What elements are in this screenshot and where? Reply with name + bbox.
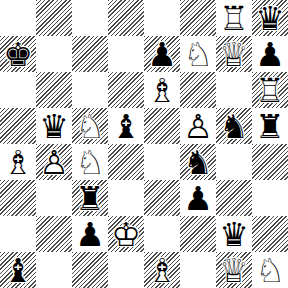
square-f1[interactable] bbox=[180, 252, 216, 288]
square-h8[interactable]: ♛♛ bbox=[252, 0, 288, 36]
square-b2[interactable] bbox=[36, 216, 72, 252]
square-g1[interactable]: ♛♕ bbox=[216, 252, 252, 288]
square-f2[interactable] bbox=[180, 216, 216, 252]
square-d6[interactable] bbox=[108, 72, 144, 108]
square-h3[interactable] bbox=[252, 180, 288, 216]
white-rook-icon: ♖ bbox=[216, 0, 252, 36]
square-e7[interactable]: ♟♟ bbox=[144, 36, 180, 72]
square-e3[interactable] bbox=[144, 180, 180, 216]
square-g3[interactable] bbox=[216, 180, 252, 216]
square-e1[interactable]: ♝♗ bbox=[144, 252, 180, 288]
square-c3[interactable]: ♜♜ bbox=[72, 180, 108, 216]
square-h6[interactable]: ♜♖ bbox=[252, 72, 288, 108]
white-queen-icon: ♕ bbox=[216, 36, 252, 72]
square-f5[interactable]: ♟♙ bbox=[180, 108, 216, 144]
black-knight-icon: ♞ bbox=[180, 144, 216, 180]
square-a5[interactable] bbox=[0, 108, 36, 144]
square-h1[interactable]: ♞♘ bbox=[252, 252, 288, 288]
square-a3[interactable] bbox=[0, 180, 36, 216]
white-knight-icon: ♘ bbox=[252, 252, 288, 288]
black-queen-icon: ♛ bbox=[252, 0, 288, 36]
square-f3[interactable]: ♟♟ bbox=[180, 180, 216, 216]
square-h4[interactable] bbox=[252, 144, 288, 180]
black-knight-icon: ♞ bbox=[216, 108, 252, 144]
square-c1[interactable] bbox=[72, 252, 108, 288]
square-e6[interactable]: ♝♗ bbox=[144, 72, 180, 108]
square-b6[interactable] bbox=[36, 72, 72, 108]
square-e2[interactable] bbox=[144, 216, 180, 252]
white-knight-icon: ♘ bbox=[180, 36, 216, 72]
black-rook-icon: ♜ bbox=[252, 108, 288, 144]
square-a6[interactable] bbox=[0, 72, 36, 108]
square-e5[interactable] bbox=[144, 108, 180, 144]
square-h7[interactable]: ♟♟ bbox=[252, 36, 288, 72]
black-king-icon: ♚ bbox=[0, 36, 36, 72]
square-f7[interactable]: ♞♘ bbox=[180, 36, 216, 72]
black-queen-icon: ♛ bbox=[36, 108, 72, 144]
square-b8[interactable] bbox=[36, 0, 72, 36]
white-bishop-icon: ♗ bbox=[144, 252, 180, 288]
square-d5[interactable]: ♝♝ bbox=[108, 108, 144, 144]
square-c4[interactable]: ♞♘ bbox=[72, 144, 108, 180]
square-g7[interactable]: ♛♕ bbox=[216, 36, 252, 72]
square-e8[interactable] bbox=[144, 0, 180, 36]
square-b5[interactable]: ♛♛ bbox=[36, 108, 72, 144]
square-b3[interactable] bbox=[36, 180, 72, 216]
square-d1[interactable] bbox=[108, 252, 144, 288]
black-bishop-icon: ♝ bbox=[0, 252, 36, 288]
square-f4[interactable]: ♞♞ bbox=[180, 144, 216, 180]
square-d4[interactable] bbox=[108, 144, 144, 180]
black-pawn-icon: ♟ bbox=[144, 36, 180, 72]
square-g8[interactable]: ♜♖ bbox=[216, 0, 252, 36]
square-c5[interactable]: ♞♘ bbox=[72, 108, 108, 144]
square-c2[interactable]: ♟♟ bbox=[72, 216, 108, 252]
black-rook-icon: ♜ bbox=[72, 180, 108, 216]
white-knight-icon: ♘ bbox=[72, 108, 108, 144]
square-d7[interactable] bbox=[108, 36, 144, 72]
black-queen-icon: ♛ bbox=[216, 216, 252, 252]
square-b7[interactable] bbox=[36, 36, 72, 72]
square-a8[interactable] bbox=[0, 0, 36, 36]
square-c8[interactable] bbox=[72, 0, 108, 36]
white-king-icon: ♔ bbox=[108, 216, 144, 252]
square-f6[interactable] bbox=[180, 72, 216, 108]
square-g5[interactable]: ♞♞ bbox=[216, 108, 252, 144]
square-b1[interactable] bbox=[36, 252, 72, 288]
black-pawn-icon: ♟ bbox=[72, 216, 108, 252]
white-queen-icon: ♕ bbox=[216, 252, 252, 288]
square-g2[interactable]: ♛♛ bbox=[216, 216, 252, 252]
white-knight-icon: ♘ bbox=[72, 144, 108, 180]
white-bishop-icon: ♗ bbox=[0, 144, 36, 180]
white-pawn-icon: ♙ bbox=[180, 108, 216, 144]
square-f8[interactable] bbox=[180, 0, 216, 36]
black-pawn-icon: ♟ bbox=[252, 36, 288, 72]
square-a2[interactable] bbox=[0, 216, 36, 252]
square-d8[interactable] bbox=[108, 0, 144, 36]
square-a1[interactable]: ♝♝ bbox=[0, 252, 36, 288]
square-h5[interactable]: ♜♜ bbox=[252, 108, 288, 144]
white-pawn-icon: ♙ bbox=[36, 144, 72, 180]
square-d3[interactable] bbox=[108, 180, 144, 216]
square-a7[interactable]: ♚♚ bbox=[0, 36, 36, 72]
square-g6[interactable] bbox=[216, 72, 252, 108]
white-rook-icon: ♖ bbox=[252, 72, 288, 108]
white-bishop-icon: ♗ bbox=[144, 72, 180, 108]
black-bishop-icon: ♝ bbox=[108, 108, 144, 144]
square-b4[interactable]: ♟♙ bbox=[36, 144, 72, 180]
black-pawn-icon: ♟ bbox=[180, 180, 216, 216]
square-d2[interactable]: ♚♔ bbox=[108, 216, 144, 252]
square-e4[interactable] bbox=[144, 144, 180, 180]
square-g4[interactable] bbox=[216, 144, 252, 180]
square-a4[interactable]: ♝♗ bbox=[0, 144, 36, 180]
square-c7[interactable] bbox=[72, 36, 108, 72]
square-h2[interactable] bbox=[252, 216, 288, 252]
chess-board: ♜♖♛♛♚♚♟♟♞♘♛♕♟♟♝♗♜♖♛♛♞♘♝♝♟♙♞♞♜♜♝♗♟♙♞♘♞♞♜♜… bbox=[0, 0, 288, 288]
square-c6[interactable] bbox=[72, 72, 108, 108]
